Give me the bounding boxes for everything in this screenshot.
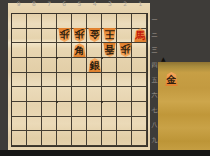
bottom-bezel bbox=[0, 150, 210, 156]
piece-glyph: 歩 bbox=[120, 44, 130, 54]
piece-glyph: 金 bbox=[167, 75, 177, 85]
file-label-3: 3 bbox=[105, 0, 115, 8]
file-label-1: 1 bbox=[135, 0, 145, 8]
file-label-9: 9 bbox=[14, 0, 24, 8]
piece-glyph: 歩 bbox=[75, 29, 85, 39]
shogi-diagram: 987654321一二三四五六七八九 歩歩金王馬角香歩銀 ▲ 金 bbox=[0, 0, 210, 156]
file-label-7: 7 bbox=[44, 0, 54, 8]
file-label-2: 2 bbox=[120, 0, 130, 8]
piece-glyph: 金 bbox=[90, 29, 100, 39]
rank-label-2: 二 bbox=[150, 31, 159, 39]
file-label-4: 4 bbox=[90, 0, 100, 8]
rank-label-1: 一 bbox=[150, 16, 159, 24]
piece-glyph: 王 bbox=[105, 29, 115, 39]
hoshi-star-point bbox=[56, 57, 58, 59]
file-label-6: 6 bbox=[59, 0, 69, 8]
file-label-8: 8 bbox=[29, 0, 39, 8]
piece-glyph: 角 bbox=[75, 46, 85, 56]
piece-glyph: 馬 bbox=[135, 31, 145, 41]
rank-label-3: 三 bbox=[150, 46, 159, 54]
piece-glyph: 歩 bbox=[59, 29, 69, 39]
komadai-piece-stand bbox=[158, 62, 210, 150]
piece-glyph: 銀 bbox=[90, 61, 100, 71]
file-label-5: 5 bbox=[75, 0, 85, 8]
piece-glyph: 香 bbox=[105, 44, 115, 54]
